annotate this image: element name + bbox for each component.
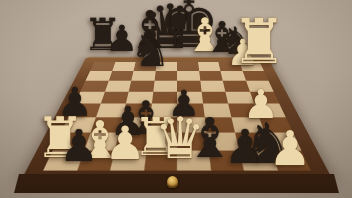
chess-photo-scene: ♜♟♝♛♚♝♝♞♟♜♞♟♟♟♝♟♜♟♝♟♜♛♝♟♞♟ xyxy=(0,0,352,198)
piece-white-pawn-frame-h1[interactable]: ♟ xyxy=(268,124,311,172)
piece-white-pawn-d1[interactable]: ♟ xyxy=(104,120,145,166)
piece-black-pawn-b1[interactable]: ♟ xyxy=(59,124,98,168)
piece-white-queen-f1[interactable]: ♛ xyxy=(154,110,205,167)
brass-drawer-knob-icon xyxy=(167,176,178,188)
piece-black-knight-c7[interactable]: ♞ xyxy=(129,27,170,73)
pieces-layer: ♜♟♝♛♚♝♝♞♟♜♞♟♟♟♝♟♜♟♝♟♜♛♝♟♞♟ xyxy=(0,0,352,198)
piece-white-rook-h7[interactable]: ♜ xyxy=(231,11,287,73)
